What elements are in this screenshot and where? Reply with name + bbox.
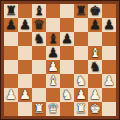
square-b5[interactable]	[18, 46, 32, 60]
square-f4[interactable]	[74, 60, 88, 74]
square-b6[interactable]	[18, 32, 32, 46]
square-d2[interactable]	[46, 88, 60, 102]
square-h1[interactable]	[102, 102, 116, 116]
square-g4[interactable]: ♞	[88, 60, 102, 74]
square-a4[interactable]	[4, 60, 18, 74]
square-b3[interactable]	[18, 74, 32, 88]
square-c3[interactable]	[32, 74, 46, 88]
square-h7[interactable]: ♟	[102, 18, 116, 32]
square-e4[interactable]	[60, 60, 74, 74]
chess-board: ♜♝♜♚♟♟♛♟♟♞♝♟♟♝♟♞♝♞♟♟♟♞♟♟♜♛♜♚	[0, 0, 120, 120]
square-d6[interactable]: ♝	[46, 32, 60, 46]
black-knight-icon: ♞	[33, 32, 45, 46]
square-b8[interactable]	[18, 4, 32, 18]
white-bishop-icon: ♝	[89, 46, 101, 60]
square-b2[interactable]: ♟	[18, 88, 32, 102]
square-b7[interactable]: ♟	[18, 18, 32, 32]
square-a5[interactable]	[4, 46, 18, 60]
square-a1[interactable]	[4, 102, 18, 116]
square-b4[interactable]	[18, 60, 32, 74]
white-rook-icon: ♜	[75, 102, 87, 116]
square-h3[interactable]: ♟	[102, 74, 116, 88]
square-c6[interactable]: ♞	[32, 32, 46, 46]
square-e8[interactable]	[60, 4, 74, 18]
white-queen-icon: ♛	[47, 102, 59, 116]
square-f3[interactable]: ♞	[74, 74, 88, 88]
square-h5[interactable]	[102, 46, 116, 60]
black-pawn-icon: ♟	[89, 18, 101, 32]
square-g6[interactable]	[88, 32, 102, 46]
black-knight-icon: ♞	[89, 60, 101, 74]
square-f2[interactable]: ♟	[74, 88, 88, 102]
square-b1[interactable]	[18, 102, 32, 116]
square-f8[interactable]: ♜	[74, 4, 88, 18]
square-a8[interactable]: ♜	[4, 4, 18, 18]
black-bishop-icon: ♝	[33, 4, 45, 18]
black-queen-icon: ♛	[33, 18, 45, 32]
square-e6[interactable]: ♟	[60, 32, 74, 46]
square-f1[interactable]: ♜	[74, 102, 88, 116]
square-g2[interactable]: ♟	[88, 88, 102, 102]
square-g8[interactable]: ♚	[88, 4, 102, 18]
square-a7[interactable]: ♟	[4, 18, 18, 32]
white-pawn-icon: ♟	[75, 88, 87, 102]
chess-board-grid: ♜♝♜♚♟♟♛♟♟♞♝♟♟♝♟♞♝♞♟♟♟♞♟♟♜♛♜♚	[4, 4, 116, 116]
white-bishop-icon: ♝	[47, 74, 59, 88]
square-c4[interactable]	[32, 60, 46, 74]
square-a3[interactable]	[4, 74, 18, 88]
square-c7[interactable]: ♛	[32, 18, 46, 32]
white-king-icon: ♚	[89, 102, 101, 116]
square-d7[interactable]	[46, 18, 60, 32]
black-rook-icon: ♜	[75, 4, 87, 18]
white-pawn-icon: ♟	[47, 60, 59, 74]
square-d5[interactable]: ♟	[46, 46, 60, 60]
white-pawn-icon: ♟	[103, 74, 115, 88]
square-a6[interactable]	[4, 32, 18, 46]
square-h4[interactable]	[102, 60, 116, 74]
black-pawn-icon: ♟	[61, 32, 73, 46]
square-e3[interactable]	[60, 74, 74, 88]
square-g7[interactable]: ♟	[88, 18, 102, 32]
black-bishop-icon: ♝	[47, 32, 59, 46]
square-c2[interactable]	[32, 88, 46, 102]
white-knight-icon: ♞	[75, 74, 87, 88]
square-d8[interactable]	[46, 4, 60, 18]
black-rook-icon: ♜	[5, 4, 17, 18]
square-d3[interactable]: ♝	[46, 74, 60, 88]
square-a2[interactable]: ♟	[4, 88, 18, 102]
square-f6[interactable]	[74, 32, 88, 46]
square-e1[interactable]	[60, 102, 74, 116]
square-h8[interactable]	[102, 4, 116, 18]
white-rook-icon: ♜	[33, 102, 45, 116]
black-king-icon: ♚	[89, 4, 101, 18]
white-pawn-icon: ♟	[19, 88, 31, 102]
square-g3[interactable]	[88, 74, 102, 88]
square-e2[interactable]: ♞	[60, 88, 74, 102]
square-h2[interactable]	[102, 88, 116, 102]
white-pawn-icon: ♟	[89, 88, 101, 102]
white-knight-icon: ♞	[61, 88, 73, 102]
black-pawn-icon: ♟	[19, 18, 31, 32]
black-pawn-icon: ♟	[47, 46, 59, 60]
square-d1[interactable]: ♛	[46, 102, 60, 116]
square-c8[interactable]: ♝	[32, 4, 46, 18]
white-pawn-icon: ♟	[5, 88, 17, 102]
square-g1[interactable]: ♚	[88, 102, 102, 116]
square-c1[interactable]: ♜	[32, 102, 46, 116]
square-h6[interactable]	[102, 32, 116, 46]
black-pawn-icon: ♟	[5, 18, 17, 32]
square-g5[interactable]: ♝	[88, 46, 102, 60]
square-f7[interactable]	[74, 18, 88, 32]
black-pawn-icon: ♟	[103, 18, 115, 32]
square-f5[interactable]	[74, 46, 88, 60]
square-c5[interactable]	[32, 46, 46, 60]
square-d4[interactable]: ♟	[46, 60, 60, 74]
square-e7[interactable]	[60, 18, 74, 32]
square-e5[interactable]	[60, 46, 74, 60]
